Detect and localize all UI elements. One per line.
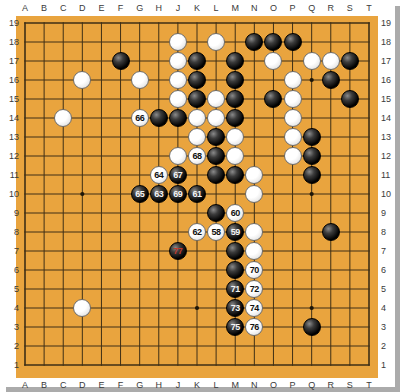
move-number: 74: [250, 304, 259, 313]
stone-white-J16: [169, 71, 187, 89]
star-point: [80, 192, 84, 196]
stone-white-J12: [169, 147, 187, 165]
coord-label-top-D: D: [74, 3, 90, 13]
coord-label-right-1: 1: [381, 360, 397, 370]
stone-black-P18: [284, 33, 302, 51]
coord-label-right-15: 15: [381, 94, 397, 104]
coord-label-left-3: 3: [3, 322, 19, 332]
coord-label-top-Q: Q: [304, 3, 320, 13]
coord-label-bottom-B: B: [36, 380, 52, 390]
stone-white-J15: [169, 90, 187, 108]
stone-black-Q11: [303, 166, 321, 184]
coord-label-right-2: 2: [381, 341, 397, 351]
stone-black-Q3: [303, 318, 321, 336]
stone-black-J10: 69: [169, 185, 187, 203]
coord-label-left-4: 4: [3, 303, 19, 313]
coord-label-bottom-A: A: [17, 380, 33, 390]
coord-label-left-6: 6: [3, 265, 19, 275]
star-point: [310, 192, 314, 196]
go-board-panel: AABBCCDDEEFFGGHHJJKKLLMMNNOOPPQQRRSSTT19…: [0, 0, 400, 392]
stone-black-L9: [207, 204, 225, 222]
coord-label-right-16: 16: [381, 75, 397, 85]
stone-black-K10: 61: [188, 185, 206, 203]
coord-label-right-13: 13: [381, 132, 397, 142]
coord-label-bottom-O: O: [265, 380, 281, 390]
stone-white-K13: [188, 128, 206, 146]
stone-black-J14: [169, 109, 187, 127]
coord-label-right-8: 8: [381, 227, 397, 237]
move-number: 59: [231, 228, 240, 237]
stone-white-J17: [169, 52, 187, 70]
coord-label-top-C: C: [55, 3, 71, 13]
stone-white-L15: [207, 90, 225, 108]
stone-black-Q13: [303, 128, 321, 146]
stone-white-K8: 62: [188, 223, 206, 241]
move-number: 75: [231, 323, 240, 332]
coord-label-left-5: 5: [3, 284, 19, 294]
coord-label-left-16: 16: [3, 75, 19, 85]
coord-label-bottom-E: E: [93, 380, 109, 390]
stone-white-L14: [207, 109, 225, 127]
coord-label-left-10: 10: [3, 189, 19, 199]
move-number: 73: [231, 304, 240, 313]
coord-label-right-14: 14: [381, 113, 397, 123]
coord-label-right-18: 18: [381, 37, 397, 47]
stone-white-Q17: [303, 52, 321, 70]
move-number: 68: [192, 152, 201, 161]
stone-white-P13: [284, 128, 302, 146]
coord-label-left-12: 12: [3, 151, 19, 161]
coord-label-left-2: 2: [3, 341, 19, 351]
coord-label-top-H: H: [151, 3, 167, 13]
stone-white-L18: [207, 33, 225, 51]
coord-label-right-19: 19: [381, 18, 397, 28]
stone-white-H11: 64: [150, 166, 168, 184]
coord-label-right-5: 5: [381, 284, 397, 294]
stone-black-L13: [207, 128, 225, 146]
stone-white-R17: [322, 52, 340, 70]
coord-label-top-L: L: [208, 3, 224, 13]
move-number: 65: [135, 190, 144, 199]
last-move-number: 77: [173, 247, 182, 256]
move-number: 64: [154, 171, 163, 180]
coord-label-right-11: 11: [381, 170, 397, 180]
stone-black-R8: [322, 223, 340, 241]
stone-white-P15: [284, 90, 302, 108]
stone-white-K12: 68: [188, 147, 206, 165]
stone-black-L11: [207, 166, 225, 184]
coord-label-top-S: S: [342, 3, 358, 13]
move-number: 67: [173, 171, 182, 180]
move-number: 58: [212, 228, 221, 237]
coord-label-bottom-F: F: [113, 380, 129, 390]
stone-black-H14: [150, 109, 168, 127]
stone-black-J11: 67: [169, 166, 187, 184]
move-number: 70: [250, 266, 259, 275]
coord-label-left-7: 7: [3, 246, 19, 256]
stone-white-P16: [284, 71, 302, 89]
coord-label-bottom-J: J: [170, 380, 186, 390]
coord-label-top-M: M: [227, 3, 243, 13]
coord-label-bottom-D: D: [74, 380, 90, 390]
stone-black-G10: 65: [131, 185, 149, 203]
stone-black-R16: [322, 71, 340, 89]
coord-label-top-J: J: [170, 3, 186, 13]
stone-white-J18: [169, 33, 187, 51]
stone-black-K16: [188, 71, 206, 89]
move-number: 66: [135, 114, 144, 123]
coord-label-top-G: G: [132, 3, 148, 13]
coord-label-bottom-P: P: [285, 380, 301, 390]
coord-label-left-8: 8: [3, 227, 19, 237]
move-number: 72: [250, 285, 259, 294]
coord-label-right-7: 7: [381, 246, 397, 256]
stone-white-G16: [131, 71, 149, 89]
stone-black-L12: [207, 147, 225, 165]
coord-label-left-19: 19: [3, 18, 19, 28]
coord-label-left-1: 1: [3, 360, 19, 370]
move-number: 76: [250, 323, 259, 332]
coord-label-top-A: A: [17, 3, 33, 13]
coord-label-left-13: 13: [3, 132, 19, 142]
coord-label-bottom-T: T: [361, 380, 377, 390]
coord-label-left-14: 14: [3, 113, 19, 123]
stone-black-K15: [188, 90, 206, 108]
stone-black-K17: [188, 52, 206, 70]
stone-white-L8: 58: [207, 223, 225, 241]
coord-label-bottom-N: N: [246, 380, 262, 390]
coord-label-bottom-G: G: [132, 380, 148, 390]
coord-label-bottom-H: H: [151, 380, 167, 390]
coord-label-top-T: T: [361, 3, 377, 13]
star-point: [310, 306, 314, 310]
move-number: 69: [173, 190, 182, 199]
coord-label-right-10: 10: [381, 189, 397, 199]
coord-label-right-12: 12: [381, 151, 397, 161]
coord-label-bottom-M: M: [227, 380, 243, 390]
coord-label-top-R: R: [323, 3, 339, 13]
coord-label-left-17: 17: [3, 56, 19, 66]
coord-label-right-17: 17: [381, 56, 397, 66]
coord-label-left-9: 9: [3, 208, 19, 218]
stone-black-J7: 77: [169, 242, 187, 260]
stone-white-G14: 66: [131, 109, 149, 127]
move-number: 71: [231, 285, 240, 294]
coord-label-top-B: B: [36, 3, 52, 13]
star-point: [195, 306, 199, 310]
coord-label-bottom-R: R: [323, 380, 339, 390]
coord-label-bottom-S: S: [342, 380, 358, 390]
coord-label-left-15: 15: [3, 94, 19, 104]
coord-label-left-18: 18: [3, 37, 19, 47]
coord-label-top-N: N: [246, 3, 262, 13]
coord-label-top-P: P: [285, 3, 301, 13]
coord-label-bottom-Q: Q: [304, 380, 320, 390]
coord-label-right-4: 4: [381, 303, 397, 313]
move-number: 63: [154, 190, 163, 199]
coord-label-top-F: F: [113, 3, 129, 13]
coord-label-right-6: 6: [381, 265, 397, 275]
coord-label-bottom-C: C: [55, 380, 71, 390]
coord-label-right-3: 3: [381, 322, 397, 332]
move-number: 61: [192, 190, 201, 199]
stone-black-Q12: [303, 147, 321, 165]
stone-white-K14: [188, 109, 206, 127]
stone-white-P12: [284, 147, 302, 165]
coord-label-right-9: 9: [381, 208, 397, 218]
stone-black-F17: [112, 52, 130, 70]
coord-label-bottom-L: L: [208, 380, 224, 390]
stone-white-P14: [284, 109, 302, 127]
star-point: [310, 78, 314, 82]
coord-label-top-K: K: [189, 3, 205, 13]
coord-label-top-O: O: [265, 3, 281, 13]
stone-black-S17: [341, 52, 359, 70]
move-number: 62: [192, 228, 201, 237]
coord-label-left-11: 11: [3, 170, 19, 180]
coord-label-top-E: E: [93, 3, 109, 13]
move-number: 60: [231, 209, 240, 218]
stone-black-S15: [341, 90, 359, 108]
coord-label-bottom-K: K: [189, 380, 205, 390]
stone-black-H10: 63: [150, 185, 168, 203]
